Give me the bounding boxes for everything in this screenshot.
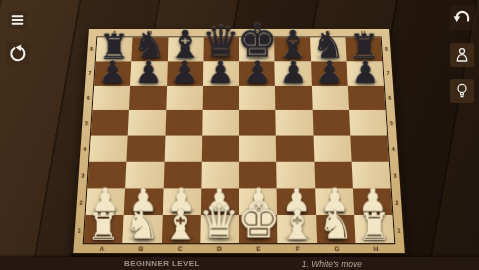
piece-white-bishop[interactable]: ♝ bbox=[162, 203, 200, 245]
file-label: H bbox=[356, 244, 396, 253]
file-label: C bbox=[161, 244, 200, 253]
file-label: A bbox=[82, 244, 122, 253]
square-b6[interactable] bbox=[129, 85, 166, 110]
hint-bulb-icon bbox=[453, 82, 471, 100]
undo-icon bbox=[452, 7, 473, 28]
square-g4[interactable] bbox=[313, 136, 351, 162]
square-a5[interactable] bbox=[91, 110, 129, 135]
menu-icon bbox=[10, 13, 25, 27]
square-e7[interactable]: ♟ bbox=[239, 61, 275, 85]
square-h6[interactable] bbox=[348, 85, 386, 110]
player-mode-button[interactable] bbox=[450, 43, 474, 67]
square-c5[interactable] bbox=[165, 110, 202, 135]
square-c7[interactable]: ♟ bbox=[167, 61, 204, 85]
square-b5[interactable] bbox=[128, 110, 166, 135]
square-e6[interactable] bbox=[239, 85, 276, 110]
piece-black-pawn[interactable]: ♟ bbox=[207, 57, 235, 88]
rotate-board-button[interactable] bbox=[6, 42, 29, 65]
piece-black-pawn[interactable]: ♟ bbox=[135, 57, 163, 88]
square-e1[interactable]: ♚ bbox=[239, 215, 278, 243]
square-g1[interactable]: ♞ bbox=[316, 215, 356, 243]
piece-white-bishop[interactable]: ♝ bbox=[278, 203, 316, 245]
square-e5[interactable] bbox=[239, 110, 276, 135]
square-f6[interactable] bbox=[275, 85, 312, 110]
piece-white-rook[interactable]: ♜ bbox=[358, 208, 392, 245]
square-e4[interactable] bbox=[239, 136, 276, 162]
square-a7[interactable]: ♟ bbox=[94, 61, 131, 85]
square-f1[interactable]: ♝ bbox=[277, 215, 316, 243]
square-f5[interactable] bbox=[276, 110, 313, 135]
chess-board[interactable]: ABCDEFGH ABCDEFGH 87654321 87654321 ♜♞♝♛… bbox=[72, 28, 406, 255]
piece-white-rook[interactable]: ♜ bbox=[86, 208, 120, 245]
square-h5[interactable] bbox=[349, 110, 387, 135]
chess-app: ABCDEFGH ABCDEFGH 87654321 87654321 ♜♞♝♛… bbox=[0, 0, 479, 270]
square-f7[interactable]: ♟ bbox=[275, 61, 312, 85]
file-label: F bbox=[278, 244, 317, 253]
file-labels-bottom: ABCDEFGH bbox=[82, 244, 396, 253]
square-h1[interactable]: ♜ bbox=[354, 215, 394, 243]
square-g6[interactable] bbox=[311, 85, 348, 110]
move-indicator: 1. White's move bbox=[302, 259, 362, 269]
file-label: E bbox=[239, 244, 278, 253]
square-c1[interactable]: ♝ bbox=[161, 215, 200, 243]
square-g5[interactable] bbox=[312, 110, 350, 135]
square-d1[interactable]: ♛ bbox=[200, 215, 239, 243]
square-a4[interactable] bbox=[89, 136, 128, 162]
square-c6[interactable] bbox=[166, 85, 203, 110]
square-a1[interactable]: ♜ bbox=[84, 215, 124, 243]
piece-white-queen[interactable]: ♛ bbox=[199, 199, 240, 245]
rank-label: 6 bbox=[385, 85, 395, 110]
square-d7[interactable]: ♟ bbox=[203, 61, 239, 85]
square-a6[interactable] bbox=[93, 85, 131, 110]
square-g7[interactable]: ♟ bbox=[311, 61, 348, 85]
rank-label: 8 bbox=[382, 36, 392, 60]
piece-white-knight[interactable]: ♞ bbox=[318, 206, 354, 246]
piece-black-pawn[interactable]: ♟ bbox=[98, 57, 126, 88]
rank-label: 7 bbox=[383, 60, 393, 84]
undo-button[interactable] bbox=[450, 5, 475, 30]
square-b4[interactable] bbox=[127, 136, 165, 162]
player-mode-icon bbox=[453, 46, 471, 64]
menu-button[interactable] bbox=[8, 11, 27, 29]
square-b7[interactable]: ♟ bbox=[130, 61, 167, 85]
file-label: D bbox=[200, 244, 239, 253]
rotate-board-icon bbox=[8, 44, 27, 63]
level-label: BEGINNER LEVEL bbox=[124, 259, 200, 268]
square-d5[interactable] bbox=[202, 110, 239, 135]
square-d4[interactable] bbox=[202, 136, 239, 162]
piece-black-pawn[interactable]: ♟ bbox=[316, 57, 344, 88]
square-d6[interactable] bbox=[202, 85, 239, 110]
piece-black-pawn[interactable]: ♟ bbox=[243, 57, 271, 88]
square-h7[interactable]: ♟ bbox=[346, 61, 383, 85]
status-bar: BEGINNER LEVEL 1. White's move bbox=[0, 257, 479, 270]
piece-black-pawn[interactable]: ♟ bbox=[280, 57, 308, 88]
file-label: G bbox=[317, 244, 357, 253]
piece-black-pawn[interactable]: ♟ bbox=[352, 57, 380, 88]
piece-white-knight[interactable]: ♞ bbox=[124, 206, 160, 246]
square-f4[interactable] bbox=[276, 136, 314, 162]
piece-black-pawn[interactable]: ♟ bbox=[171, 57, 199, 88]
board-grid: ♜♞♝♛♚♝♞♜♟♟♟♟♟♟♟♟♟♟♟♟♟♟♟♟♜♞♝♛♚♝♞♜ bbox=[83, 36, 396, 244]
square-c4[interactable] bbox=[164, 136, 202, 162]
piece-white-king[interactable]: ♚ bbox=[236, 196, 280, 246]
square-h4[interactable] bbox=[350, 136, 389, 162]
file-label: B bbox=[121, 244, 161, 253]
hint-button[interactable] bbox=[450, 79, 474, 103]
square-b1[interactable]: ♞ bbox=[123, 215, 163, 243]
